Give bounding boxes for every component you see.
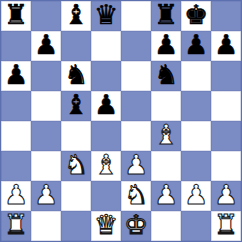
- square-h4[interactable]: [211, 121, 241, 151]
- square-d1[interactable]: ♛: [91, 211, 121, 241]
- square-g6[interactable]: [181, 61, 211, 91]
- square-a7[interactable]: [1, 31, 31, 61]
- square-h3[interactable]: [211, 151, 241, 181]
- square-e8[interactable]: [121, 1, 151, 31]
- white-pawn-icon: ♟: [154, 181, 178, 210]
- square-h7[interactable]: ♟: [211, 31, 241, 61]
- black-pawn-icon: ♟: [34, 31, 58, 60]
- square-f6[interactable]: ♞: [151, 61, 181, 91]
- square-b8[interactable]: [31, 1, 61, 31]
- white-bishop-icon: ♝: [94, 151, 118, 180]
- black-rook-icon: ♜: [4, 1, 28, 30]
- white-knight-icon: ♞: [64, 151, 88, 180]
- square-h8[interactable]: [211, 1, 241, 31]
- black-pawn-icon: ♟: [184, 31, 208, 60]
- square-e7[interactable]: [121, 31, 151, 61]
- square-g7[interactable]: ♟: [181, 31, 211, 61]
- square-d7[interactable]: [91, 31, 121, 61]
- white-pawn-icon: ♟: [124, 151, 148, 180]
- white-pawn-icon: ♟: [184, 181, 208, 210]
- square-b6[interactable]: [31, 61, 61, 91]
- square-e1[interactable]: ♚: [121, 211, 151, 241]
- square-f2[interactable]: ♟: [151, 181, 181, 211]
- square-b7[interactable]: ♟: [31, 31, 61, 61]
- square-g2[interactable]: ♟: [181, 181, 211, 211]
- white-pawn-icon: ♟: [4, 181, 28, 210]
- square-c2[interactable]: [61, 181, 91, 211]
- square-c7[interactable]: [61, 31, 91, 61]
- chess-board: ♜♝♛♜♚♟♟♟♟♟♞♞♝♟♝♞♝♟♟♟♞♟♟♟♜♛♚♜: [0, 0, 242, 242]
- square-f7[interactable]: ♟: [151, 31, 181, 61]
- square-f5[interactable]: [151, 91, 181, 121]
- square-c6[interactable]: ♞: [61, 61, 91, 91]
- square-a4[interactable]: [1, 121, 31, 151]
- square-e6[interactable]: [121, 61, 151, 91]
- white-rook-icon: ♜: [214, 211, 238, 240]
- black-knight-icon: ♞: [64, 61, 88, 90]
- square-b5[interactable]: [31, 91, 61, 121]
- square-b3[interactable]: [31, 151, 61, 181]
- square-a8[interactable]: ♜: [1, 1, 31, 31]
- square-c8[interactable]: ♝: [61, 1, 91, 31]
- black-rook-icon: ♜: [154, 1, 178, 30]
- square-c4[interactable]: [61, 121, 91, 151]
- square-d3[interactable]: ♝: [91, 151, 121, 181]
- square-f3[interactable]: [151, 151, 181, 181]
- white-queen-icon: ♛: [94, 211, 118, 240]
- white-king-icon: ♚: [124, 211, 148, 240]
- square-d6[interactable]: [91, 61, 121, 91]
- black-bishop-icon: ♝: [64, 91, 88, 120]
- square-f8[interactable]: ♜: [151, 1, 181, 31]
- black-king-icon: ♚: [184, 1, 208, 30]
- square-d8[interactable]: ♛: [91, 1, 121, 31]
- square-e4[interactable]: [121, 121, 151, 151]
- square-h2[interactable]: ♟: [211, 181, 241, 211]
- black-pawn-icon: ♟: [4, 61, 28, 90]
- square-e2[interactable]: ♞: [121, 181, 151, 211]
- square-e5[interactable]: [121, 91, 151, 121]
- square-a6[interactable]: ♟: [1, 61, 31, 91]
- square-b1[interactable]: [31, 211, 61, 241]
- square-b2[interactable]: ♟: [31, 181, 61, 211]
- white-pawn-icon: ♟: [214, 181, 238, 210]
- square-g4[interactable]: [181, 121, 211, 151]
- square-g8[interactable]: ♚: [181, 1, 211, 31]
- square-g5[interactable]: [181, 91, 211, 121]
- square-a5[interactable]: [1, 91, 31, 121]
- square-a1[interactable]: ♜: [1, 211, 31, 241]
- square-g3[interactable]: [181, 151, 211, 181]
- square-g1[interactable]: [181, 211, 211, 241]
- square-d4[interactable]: [91, 121, 121, 151]
- square-b4[interactable]: [31, 121, 61, 151]
- square-c5[interactable]: ♝: [61, 91, 91, 121]
- white-rook-icon: ♜: [4, 211, 28, 240]
- square-c3[interactable]: ♞: [61, 151, 91, 181]
- black-bishop-icon: ♝: [64, 1, 88, 30]
- square-f4[interactable]: ♝: [151, 121, 181, 151]
- black-queen-icon: ♛: [94, 1, 118, 30]
- square-c1[interactable]: [61, 211, 91, 241]
- square-a3[interactable]: [1, 151, 31, 181]
- square-h1[interactable]: ♜: [211, 211, 241, 241]
- square-d2[interactable]: [91, 181, 121, 211]
- white-knight-icon: ♞: [124, 181, 148, 210]
- black-pawn-icon: ♟: [214, 31, 238, 60]
- square-a2[interactable]: ♟: [1, 181, 31, 211]
- square-e3[interactable]: ♟: [121, 151, 151, 181]
- square-h6[interactable]: [211, 61, 241, 91]
- square-d5[interactable]: ♟: [91, 91, 121, 121]
- white-pawn-icon: ♟: [34, 181, 58, 210]
- white-bishop-icon: ♝: [154, 121, 178, 150]
- black-pawn-icon: ♟: [154, 31, 178, 60]
- black-knight-icon: ♞: [154, 61, 178, 90]
- square-f1[interactable]: [151, 211, 181, 241]
- square-h5[interactable]: [211, 91, 241, 121]
- black-pawn-icon: ♟: [94, 91, 118, 120]
